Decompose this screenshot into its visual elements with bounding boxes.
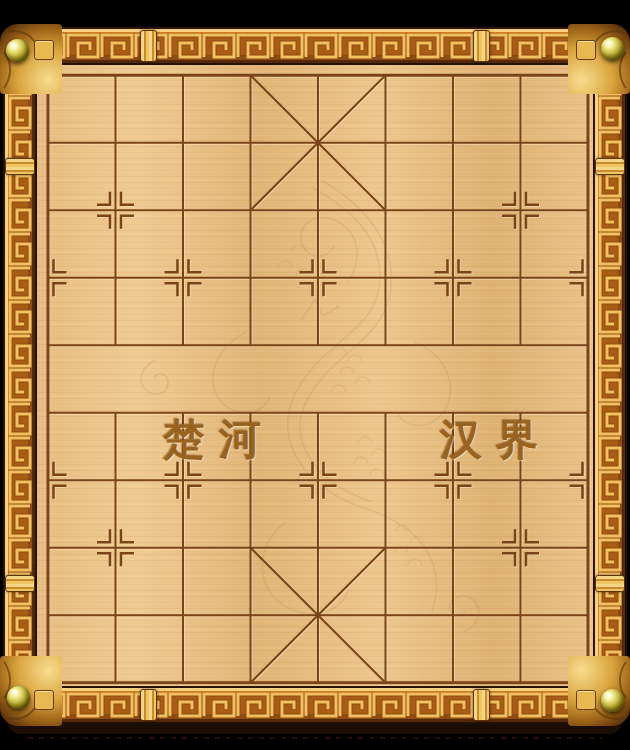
- board-point[interactable]: [47, 168, 115, 236]
- frame-post-bottom-right: [473, 689, 490, 721]
- frame-post-left-bottom: [5, 575, 35, 592]
- board-point[interactable]: [317, 370, 385, 438]
- board-point[interactable]: [182, 100, 250, 168]
- board-point[interactable]: [385, 505, 453, 573]
- board-point[interactable]: [250, 573, 318, 641]
- board-point[interactable]: [47, 235, 115, 303]
- board-point[interactable]: [317, 505, 385, 573]
- board-point[interactable]: [452, 168, 520, 236]
- board-point[interactable]: [115, 370, 183, 438]
- corner-ball-bottom-left: [7, 686, 30, 709]
- board-point[interactable]: [317, 573, 385, 641]
- board-point[interactable]: [182, 505, 250, 573]
- frame-border-bottom: [28, 686, 602, 724]
- frame-post-bottom-left: [140, 689, 157, 721]
- board-point[interactable]: [47, 370, 115, 438]
- board-point[interactable]: [115, 100, 183, 168]
- board-point[interactable]: [182, 438, 250, 506]
- board-point[interactable]: [250, 505, 318, 573]
- board-surface: 楚河 汉界: [33, 59, 597, 691]
- corner-key-glyph: [576, 690, 596, 710]
- board-point[interactable]: [520, 168, 588, 236]
- corner-ball-bottom-right: [601, 689, 624, 712]
- board-point[interactable]: [317, 235, 385, 303]
- board-point[interactable]: [520, 573, 588, 641]
- board-point[interactable]: [520, 370, 588, 438]
- board-point[interactable]: [115, 168, 183, 236]
- board-point[interactable]: [385, 370, 453, 438]
- board-point[interactable]: [47, 505, 115, 573]
- corner-key-glyph: [34, 40, 54, 60]
- corner-ball-top-left: [6, 39, 29, 62]
- board-point[interactable]: [452, 100, 520, 168]
- board-grid: [47, 100, 630, 750]
- board-point[interactable]: [182, 573, 250, 641]
- board-point[interactable]: [182, 370, 250, 438]
- board-point[interactable]: [385, 303, 453, 371]
- board-point[interactable]: [47, 573, 115, 641]
- board-point[interactable]: [47, 438, 115, 506]
- board-point[interactable]: [385, 573, 453, 641]
- frame-border-left: [3, 58, 37, 690]
- board-point[interactable]: [115, 235, 183, 303]
- frame-border-right: [593, 58, 627, 690]
- board-point[interactable]: [452, 438, 520, 506]
- board-point[interactable]: [250, 168, 318, 236]
- frame-post-right-top: [595, 158, 625, 175]
- frame-corner-bottom-right: [568, 656, 630, 726]
- board-point[interactable]: [317, 303, 385, 371]
- board-point[interactable]: [115, 438, 183, 506]
- frame-post-right-bottom: [595, 575, 625, 592]
- board-point[interactable]: [182, 235, 250, 303]
- board-point[interactable]: [520, 438, 588, 506]
- frame-border-top: [28, 27, 602, 65]
- board-point[interactable]: [452, 505, 520, 573]
- board-point[interactable]: [452, 303, 520, 371]
- board-point[interactable]: [520, 505, 588, 573]
- board-point[interactable]: [452, 370, 520, 438]
- xiangqi-board-app: 楚河 汉界: [0, 0, 630, 750]
- board-point[interactable]: [520, 235, 588, 303]
- frame-post-top-left: [140, 30, 157, 62]
- board-point[interactable]: [250, 370, 318, 438]
- board-point[interactable]: [250, 235, 318, 303]
- corner-key-glyph: [34, 690, 54, 710]
- corner-ball-top-right: [601, 37, 624, 60]
- board-point[interactable]: [250, 438, 318, 506]
- board-point[interactable]: [115, 505, 183, 573]
- board-point[interactable]: [385, 235, 453, 303]
- frame-post-top-right: [473, 30, 490, 62]
- board-point[interactable]: [47, 303, 115, 371]
- board-point[interactable]: [385, 100, 453, 168]
- board-point[interactable]: [47, 100, 115, 168]
- board-point[interactable]: [452, 573, 520, 641]
- board-point[interactable]: [250, 303, 318, 371]
- board-point[interactable]: [317, 168, 385, 236]
- board-point[interactable]: [182, 168, 250, 236]
- board-point[interactable]: [317, 100, 385, 168]
- board-point[interactable]: [520, 100, 588, 168]
- board-point[interactable]: [250, 100, 318, 168]
- board-point[interactable]: [182, 303, 250, 371]
- frame-corner-top-right: [568, 24, 630, 94]
- frame-post-left-top: [5, 158, 35, 175]
- board-point[interactable]: [317, 438, 385, 506]
- board-point[interactable]: [520, 303, 588, 371]
- board-point[interactable]: [385, 438, 453, 506]
- board-point[interactable]: [115, 303, 183, 371]
- board-point[interactable]: [452, 235, 520, 303]
- board-point[interactable]: [115, 573, 183, 641]
- board-point[interactable]: [385, 168, 453, 236]
- corner-key-glyph: [576, 40, 596, 60]
